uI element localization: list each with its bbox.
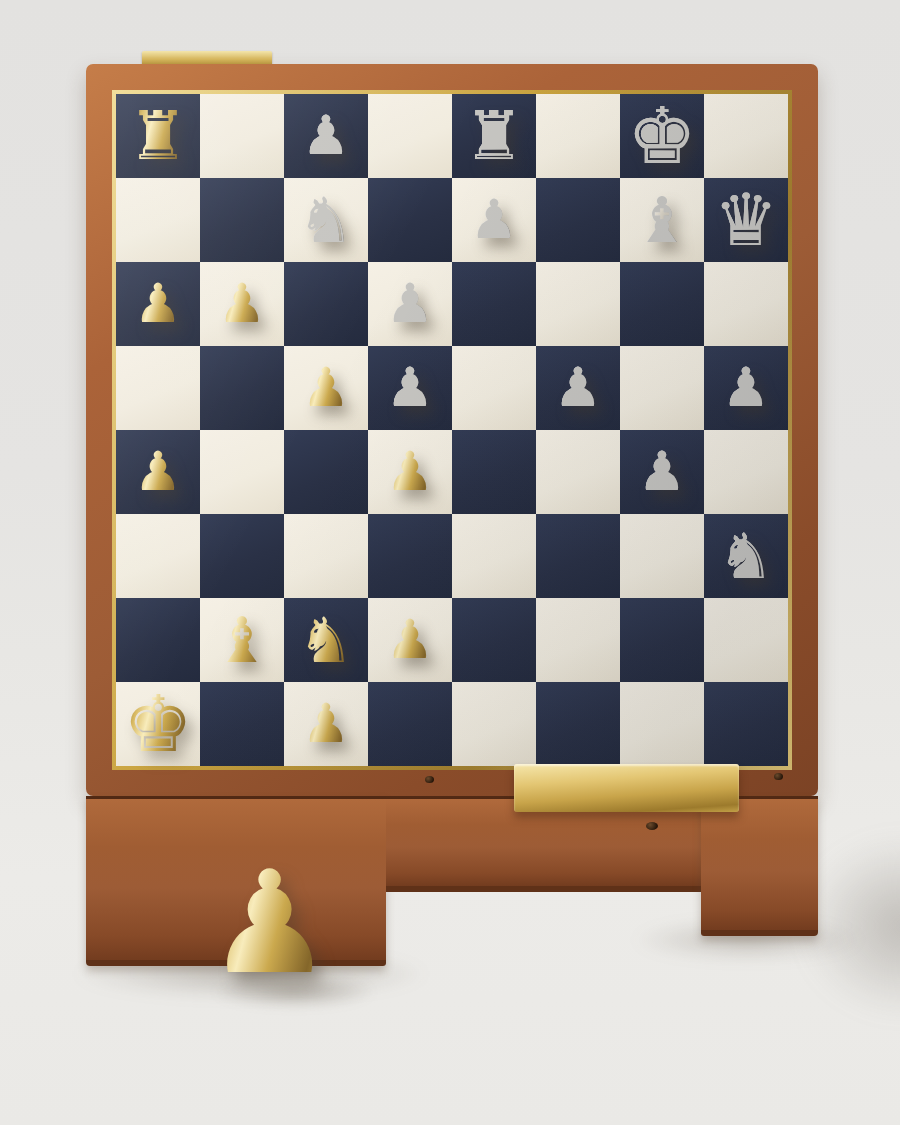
piece-silver-queen-h7[interactable]: ♛ [714, 184, 779, 256]
square-g4[interactable]: ♟ [620, 430, 704, 514]
piece-gold-pawn-b6[interactable]: ♟ [218, 277, 266, 331]
square-e6[interactable] [452, 262, 536, 346]
screw [646, 822, 658, 830]
studio-backdrop: ♜♟♜♚♞♟♝♛♟♟♟♟♟♟♟♟♟♟♞♝♞♟♚♟ ♟ [0, 0, 900, 1125]
square-h7[interactable]: ♛ [704, 178, 788, 262]
piece-silver-king-g8[interactable]: ♚ [627, 97, 697, 175]
square-g6[interactable] [620, 262, 704, 346]
square-b5[interactable] [200, 346, 284, 430]
square-e7[interactable]: ♟ [452, 178, 536, 262]
square-d8[interactable] [368, 94, 452, 178]
square-d7[interactable] [368, 178, 452, 262]
square-b3[interactable] [200, 514, 284, 598]
screw [425, 776, 434, 783]
square-f6[interactable] [536, 262, 620, 346]
square-b8[interactable] [200, 94, 284, 178]
square-c6[interactable] [284, 262, 368, 346]
piece-silver-pawn-e7[interactable]: ♟ [470, 193, 518, 247]
square-f8[interactable] [536, 94, 620, 178]
square-f7[interactable] [536, 178, 620, 262]
piece-silver-pawn-g4[interactable]: ♟ [638, 445, 686, 499]
box-front [86, 796, 818, 968]
square-a4[interactable]: ♟ [116, 430, 200, 514]
brass-trim: ♜♟♜♚♞♟♝♛♟♟♟♟♟♟♟♟♟♟♞♝♞♟♚♟ [112, 90, 792, 770]
square-c8[interactable]: ♟ [284, 94, 368, 178]
square-c4[interactable] [284, 430, 368, 514]
piece-silver-knight-c7[interactable]: ♞ [298, 189, 354, 252]
square-d1[interactable] [368, 682, 452, 766]
square-b6[interactable]: ♟ [200, 262, 284, 346]
square-a3[interactable] [116, 514, 200, 598]
piece-gold-rook-a8[interactable]: ♜ [128, 103, 188, 170]
chess-box: ♜♟♜♚♞♟♝♛♟♟♟♟♟♟♟♟♟♟♞♝♞♟♚♟ [86, 64, 818, 796]
piece-silver-bishop-g7[interactable]: ♝ [634, 189, 690, 252]
square-f1[interactable] [536, 682, 620, 766]
square-c3[interactable] [284, 514, 368, 598]
square-d2[interactable]: ♟ [368, 598, 452, 682]
square-h3[interactable]: ♞ [704, 514, 788, 598]
captured-gold-pawn[interactable]: ♟ [206, 852, 333, 994]
square-c1[interactable]: ♟ [284, 682, 368, 766]
square-h4[interactable] [704, 430, 788, 514]
drawer-pull-handle[interactable] [514, 764, 739, 812]
leather-board-frame: ♜♟♜♚♞♟♝♛♟♟♟♟♟♟♟♟♟♟♞♝♞♟♚♟ [86, 64, 818, 796]
square-c5[interactable]: ♟ [284, 346, 368, 430]
square-c2[interactable]: ♞ [284, 598, 368, 682]
square-g5[interactable] [620, 346, 704, 430]
square-f3[interactable] [536, 514, 620, 598]
piece-silver-pawn-d5[interactable]: ♟ [386, 361, 434, 415]
square-h5[interactable]: ♟ [704, 346, 788, 430]
square-h6[interactable] [704, 262, 788, 346]
chess-board: ♜♟♜♚♞♟♝♛♟♟♟♟♟♟♟♟♟♟♞♝♞♟♚♟ [116, 94, 788, 766]
piece-silver-pawn-d6[interactable]: ♟ [386, 277, 434, 331]
piece-silver-pawn-f5[interactable]: ♟ [554, 361, 602, 415]
piece-gold-pawn-d2[interactable]: ♟ [386, 613, 434, 667]
square-g3[interactable] [620, 514, 704, 598]
square-a8[interactable]: ♜ [116, 94, 200, 178]
piece-gold-king-a1[interactable]: ♚ [123, 685, 193, 763]
piece-gold-pawn-a6[interactable]: ♟ [134, 277, 182, 331]
square-h8[interactable] [704, 94, 788, 178]
square-d3[interactable] [368, 514, 452, 598]
piece-gold-pawn-c5[interactable]: ♟ [302, 361, 350, 415]
piece-gold-pawn-c1[interactable]: ♟ [302, 697, 350, 751]
square-h1[interactable] [704, 682, 788, 766]
piece-silver-knight-h3[interactable]: ♞ [718, 525, 774, 588]
square-f5[interactable]: ♟ [536, 346, 620, 430]
piece-gold-bishop-b2[interactable]: ♝ [214, 609, 270, 672]
square-f4[interactable] [536, 430, 620, 514]
square-d6[interactable]: ♟ [368, 262, 452, 346]
square-e1[interactable] [452, 682, 536, 766]
square-b1[interactable] [200, 682, 284, 766]
square-a6[interactable]: ♟ [116, 262, 200, 346]
square-d4[interactable]: ♟ [368, 430, 452, 514]
piece-gold-pawn-a4[interactable]: ♟ [134, 445, 182, 499]
square-c7[interactable]: ♞ [284, 178, 368, 262]
square-e5[interactable] [452, 346, 536, 430]
square-a5[interactable] [116, 346, 200, 430]
square-g7[interactable]: ♝ [620, 178, 704, 262]
square-e8[interactable]: ♜ [452, 94, 536, 178]
piece-silver-rook-e8[interactable]: ♜ [464, 103, 524, 170]
screw [774, 773, 783, 780]
square-e2[interactable] [452, 598, 536, 682]
square-a2[interactable] [116, 598, 200, 682]
square-e4[interactable] [452, 430, 536, 514]
piece-silver-pawn-c8[interactable]: ♟ [302, 109, 350, 163]
piece-silver-pawn-h5[interactable]: ♟ [722, 361, 770, 415]
square-b7[interactable] [200, 178, 284, 262]
square-g2[interactable] [620, 598, 704, 682]
square-b2[interactable]: ♝ [200, 598, 284, 682]
box-right-foot [701, 796, 818, 936]
square-b4[interactable] [200, 430, 284, 514]
square-e3[interactable] [452, 514, 536, 598]
square-h2[interactable] [704, 598, 788, 682]
square-a1[interactable]: ♚ [116, 682, 200, 766]
square-d5[interactable]: ♟ [368, 346, 452, 430]
piece-gold-pawn-d4[interactable]: ♟ [386, 445, 434, 499]
square-g8[interactable]: ♚ [620, 94, 704, 178]
piece-gold-knight-c2[interactable]: ♞ [298, 609, 354, 672]
square-f2[interactable] [536, 598, 620, 682]
square-a7[interactable] [116, 178, 200, 262]
square-g1[interactable] [620, 682, 704, 766]
